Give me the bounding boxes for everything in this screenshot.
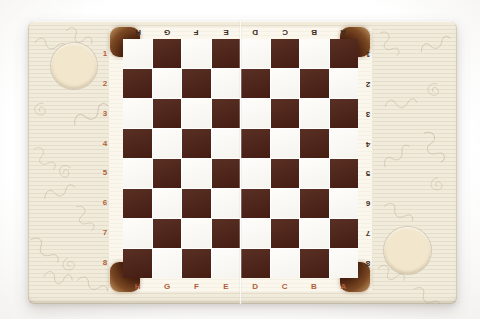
file-label-top-f: F bbox=[188, 27, 204, 37]
square-a2[interactable] bbox=[330, 69, 359, 98]
square-g8[interactable] bbox=[153, 249, 182, 278]
square-d5[interactable] bbox=[241, 159, 270, 188]
rank-label-right-7: 7 bbox=[360, 228, 376, 238]
folding-chessboard: HGFEDCBAHGFEDCBA1234567812345678 bbox=[28, 21, 457, 304]
square-a8[interactable] bbox=[330, 249, 359, 278]
file-label-bottom-h: H bbox=[130, 282, 146, 292]
inlay-circle-left bbox=[51, 43, 97, 89]
file-label-top-c: C bbox=[277, 27, 293, 37]
rank-label-left-3: 3 bbox=[97, 109, 113, 119]
square-d4[interactable] bbox=[241, 129, 270, 158]
square-e6[interactable] bbox=[212, 189, 241, 218]
square-g6[interactable] bbox=[153, 189, 182, 218]
square-d6[interactable] bbox=[241, 189, 270, 218]
file-label-bottom-c: C bbox=[277, 282, 293, 292]
square-a4[interactable] bbox=[330, 129, 359, 158]
square-b4[interactable] bbox=[300, 129, 329, 158]
square-b8[interactable] bbox=[300, 249, 329, 278]
square-h8[interactable] bbox=[123, 249, 152, 278]
rank-label-left-6: 6 bbox=[97, 198, 113, 208]
square-f8[interactable] bbox=[182, 249, 211, 278]
square-e5[interactable] bbox=[212, 159, 241, 188]
square-f7[interactable] bbox=[182, 219, 211, 248]
rank-label-right-3: 3 bbox=[360, 109, 376, 119]
file-label-top-g: G bbox=[159, 27, 175, 37]
square-a1[interactable] bbox=[330, 39, 359, 68]
fold-seam bbox=[239, 21, 242, 304]
file-label-top-d: D bbox=[247, 27, 263, 37]
square-e2[interactable] bbox=[212, 69, 241, 98]
square-b7[interactable] bbox=[300, 219, 329, 248]
inlay-circle-right bbox=[384, 227, 431, 274]
square-f3[interactable] bbox=[182, 99, 211, 128]
square-f2[interactable] bbox=[182, 69, 211, 98]
square-f5[interactable] bbox=[182, 159, 211, 188]
file-label-bottom-g: G bbox=[159, 282, 175, 292]
square-c8[interactable] bbox=[271, 249, 300, 278]
square-c7[interactable] bbox=[271, 219, 300, 248]
rank-label-left-7: 7 bbox=[97, 228, 113, 238]
rank-label-right-2: 2 bbox=[360, 79, 376, 89]
square-c1[interactable] bbox=[271, 39, 300, 68]
square-d2[interactable] bbox=[241, 69, 270, 98]
square-h4[interactable] bbox=[123, 129, 152, 158]
square-e8[interactable] bbox=[212, 249, 241, 278]
square-h5[interactable] bbox=[123, 159, 152, 188]
file-label-bottom-a: A bbox=[335, 282, 351, 292]
square-g7[interactable] bbox=[153, 219, 182, 248]
square-f6[interactable] bbox=[182, 189, 211, 218]
rank-label-right-5: 5 bbox=[360, 168, 376, 178]
square-b2[interactable] bbox=[300, 69, 329, 98]
rank-label-left-8: 8 bbox=[97, 258, 113, 268]
square-h3[interactable] bbox=[123, 99, 152, 128]
file-label-bottom-f: F bbox=[188, 282, 204, 292]
rank-label-left-4: 4 bbox=[97, 139, 113, 149]
square-e3[interactable] bbox=[212, 99, 241, 128]
square-h7[interactable] bbox=[123, 219, 152, 248]
rank-label-left-5: 5 bbox=[97, 168, 113, 178]
file-label-bottom-b: B bbox=[306, 282, 322, 292]
square-b1[interactable] bbox=[300, 39, 329, 68]
rank-label-left-1: 1 bbox=[97, 49, 113, 59]
square-g5[interactable] bbox=[153, 159, 182, 188]
square-e7[interactable] bbox=[212, 219, 241, 248]
square-c5[interactable] bbox=[271, 159, 300, 188]
square-g4[interactable] bbox=[153, 129, 182, 158]
square-c3[interactable] bbox=[271, 99, 300, 128]
square-g1[interactable] bbox=[153, 39, 182, 68]
file-label-top-b: B bbox=[306, 27, 322, 37]
square-b6[interactable] bbox=[300, 189, 329, 218]
rank-label-left-2: 2 bbox=[97, 79, 113, 89]
file-label-top-e: E bbox=[218, 27, 234, 37]
square-a5[interactable] bbox=[330, 159, 359, 188]
square-d8[interactable] bbox=[241, 249, 270, 278]
square-h1[interactable] bbox=[123, 39, 152, 68]
square-b5[interactable] bbox=[300, 159, 329, 188]
file-label-bottom-d: D bbox=[247, 282, 263, 292]
square-c2[interactable] bbox=[271, 69, 300, 98]
rank-label-right-8: 8 bbox=[360, 258, 376, 268]
square-h2[interactable] bbox=[123, 69, 152, 98]
square-d3[interactable] bbox=[241, 99, 270, 128]
square-e4[interactable] bbox=[212, 129, 241, 158]
square-d7[interactable] bbox=[241, 219, 270, 248]
square-d1[interactable] bbox=[241, 39, 270, 68]
file-label-bottom-e: E bbox=[218, 282, 234, 292]
square-a6[interactable] bbox=[330, 189, 359, 218]
square-c6[interactable] bbox=[271, 189, 300, 218]
square-g3[interactable] bbox=[153, 99, 182, 128]
rank-label-right-4: 4 bbox=[360, 139, 376, 149]
square-h6[interactable] bbox=[123, 189, 152, 218]
square-e1[interactable] bbox=[212, 39, 241, 68]
square-a3[interactable] bbox=[330, 99, 359, 128]
square-b3[interactable] bbox=[300, 99, 329, 128]
rank-label-right-1: 1 bbox=[360, 49, 376, 59]
square-g2[interactable] bbox=[153, 69, 182, 98]
square-f1[interactable] bbox=[182, 39, 211, 68]
square-a7[interactable] bbox=[330, 219, 359, 248]
square-f4[interactable] bbox=[182, 129, 211, 158]
file-label-top-h: H bbox=[130, 27, 146, 37]
file-label-top-a: A bbox=[335, 27, 351, 37]
rank-label-right-6: 6 bbox=[360, 198, 376, 208]
square-c4[interactable] bbox=[271, 129, 300, 158]
